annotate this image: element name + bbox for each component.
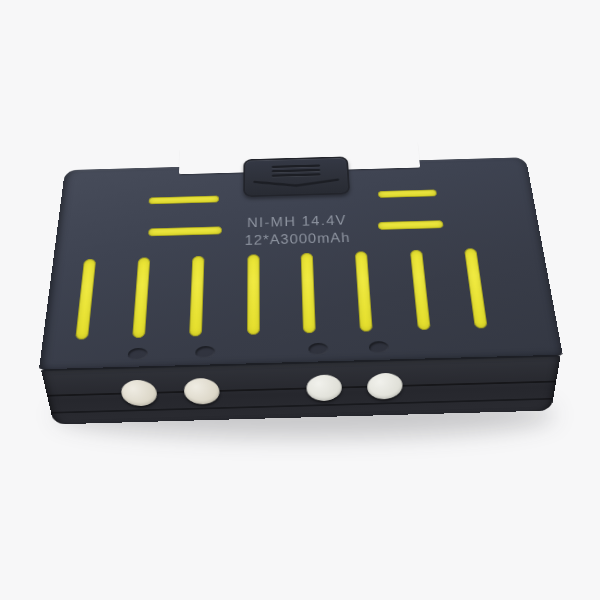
vent-slot-horizontal: [378, 189, 437, 197]
latch-ridge: [272, 164, 321, 168]
vent-slot-vertical: [75, 259, 96, 340]
embossed-mark: [195, 346, 215, 359]
vent-slot-vertical: [301, 253, 316, 334]
embossed-mark: [308, 343, 328, 356]
contact-button: [183, 378, 221, 405]
embossed-mark: [127, 348, 148, 361]
latch-chevron-icon: [295, 178, 339, 187]
contact-button: [367, 373, 403, 400]
battery-top-face: NI-MH 14.4V 12*A3000mAh: [39, 157, 563, 369]
vent-slot-vertical: [189, 256, 204, 337]
latch-ridge: [272, 169, 321, 173]
contact-button: [119, 380, 158, 407]
vent-slot-vertical: [355, 251, 373, 331]
contact-button: [306, 374, 342, 401]
vent-slot-vertical: [247, 254, 260, 335]
vent-slot-vertical: [464, 248, 488, 328]
embossed-mark: [369, 341, 390, 354]
vent-slot-vertical: [410, 250, 431, 330]
photo-background: NI-MH 14.4V 12*A3000mAh: [0, 0, 600, 600]
latch-clip: [243, 156, 350, 197]
latch-ridge: [272, 173, 321, 177]
vent-slot-vertical: [132, 257, 150, 338]
vent-slot-horizontal: [149, 196, 219, 205]
battery-pack: NI-MH 14.4V 12*A3000mAh: [25, 143, 573, 458]
latch-chevron-icon: [253, 181, 298, 187]
